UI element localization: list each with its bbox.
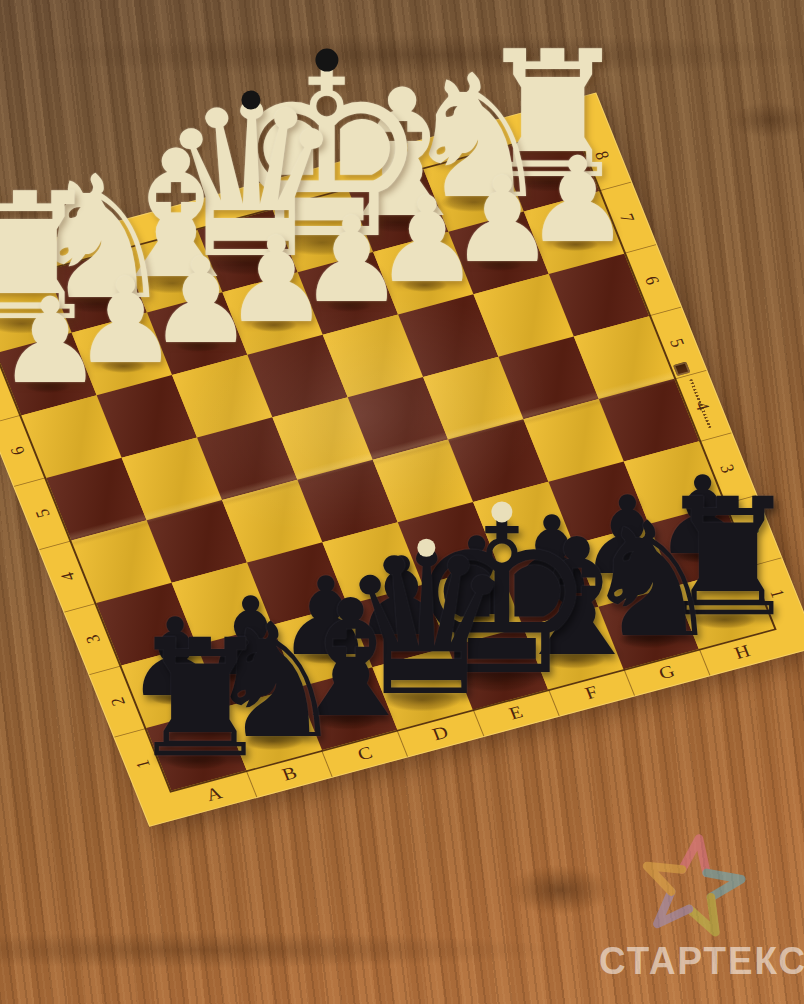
white-queen-finial: [242, 90, 261, 109]
white-king-finial: [315, 48, 338, 71]
watermark-brand-text: СТАРТЕКС: [599, 940, 801, 983]
star-icon: [632, 828, 752, 948]
watermark: СТАРТЕКС: [596, 828, 804, 1004]
chessboard: ABCDEFGH 87654321 87654321: [0, 92, 804, 826]
wood-table-background: ABCDEFGH 87654321 87654321 ♜♞♝♛♚♝♞♜♟♟♟♟♟…: [0, 0, 804, 1004]
